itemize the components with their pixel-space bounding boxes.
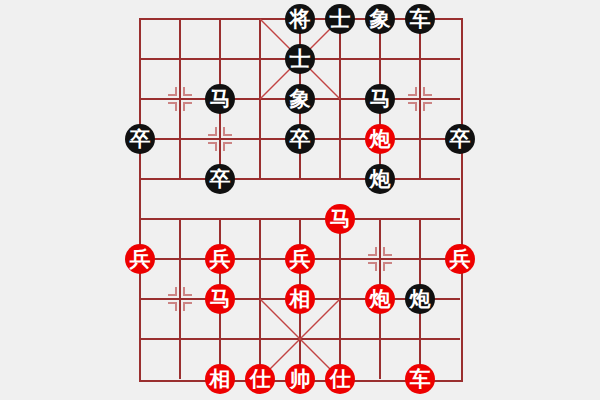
star-point-marker [168,103,176,111]
xiangqi-board[interactable]: 将士象车士马象马卒卒炮卒卒炮马兵兵兵兵马相炮炮相仕帅仕车 [140,19,460,379]
black-horse[interactable]: 马 [365,84,395,114]
red-cannon[interactable]: 炮 [365,284,395,314]
black-elephant[interactable]: 象 [285,84,315,114]
black-cannon[interactable]: 炮 [365,164,395,194]
star-point-marker [224,143,232,151]
black-general[interactable]: 将 [285,4,315,34]
red-elephant[interactable]: 相 [205,364,235,394]
star-point-marker [424,103,432,111]
xiangqi-screenshot: 将士象车士马象马卒卒炮卒卒炮马兵兵兵兵马相炮炮相仕帅仕车 [0,0,600,400]
star-point-marker [168,87,176,95]
red-advisor[interactable]: 仕 [325,364,355,394]
star-point-marker [168,303,176,311]
star-point-marker [184,103,192,111]
grid-line-vertical [179,19,181,179]
grid-line-vertical [259,219,261,379]
black-advisor[interactable]: 士 [325,4,355,34]
red-chariot[interactable]: 车 [405,364,435,394]
red-advisor[interactable]: 仕 [245,364,275,394]
star-point-marker [384,263,392,271]
star-point-marker [208,143,216,151]
black-soldier[interactable]: 卒 [445,124,475,154]
grid-line-vertical [419,19,421,179]
red-king[interactable]: 帅 [285,364,315,394]
star-point-marker [384,247,392,255]
black-elephant[interactable]: 象 [365,4,395,34]
red-horse[interactable]: 马 [325,204,355,234]
black-soldier[interactable]: 卒 [285,124,315,154]
red-soldier[interactable]: 兵 [125,244,155,274]
grid-line-vertical [339,219,341,379]
grid-line-vertical [259,19,261,179]
star-point-marker [208,127,216,135]
black-soldier[interactable]: 卒 [125,124,155,154]
star-point-marker [168,287,176,295]
red-cannon[interactable]: 炮 [365,124,395,154]
black-advisor[interactable]: 士 [285,44,315,74]
red-soldier[interactable]: 兵 [445,244,475,274]
grid-line-vertical [339,19,341,179]
red-elephant[interactable]: 相 [285,284,315,314]
star-point-marker [408,87,416,95]
star-point-marker [408,103,416,111]
star-point-marker [368,263,376,271]
star-point-marker [184,87,192,95]
red-soldier[interactable]: 兵 [285,244,315,274]
red-horse[interactable]: 马 [205,284,235,314]
black-chariot[interactable]: 车 [405,4,435,34]
star-point-marker [368,247,376,255]
star-point-marker [184,287,192,295]
grid-line-vertical [179,219,181,379]
red-soldier[interactable]: 兵 [205,244,235,274]
star-point-marker [224,127,232,135]
black-horse[interactable]: 马 [205,84,235,114]
star-point-marker [184,303,192,311]
black-soldier[interactable]: 卒 [205,164,235,194]
star-point-marker [424,87,432,95]
black-cannon[interactable]: 炮 [405,284,435,314]
